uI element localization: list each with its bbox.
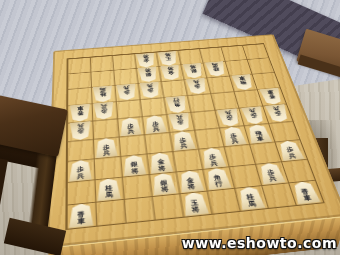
komadai-left: [0, 0, 340, 255]
komadai-left-rear-leg: [0, 157, 8, 229]
watermark-text: www.eshowto.com: [182, 235, 337, 251]
komadai-left-stretcher: [4, 218, 66, 255]
